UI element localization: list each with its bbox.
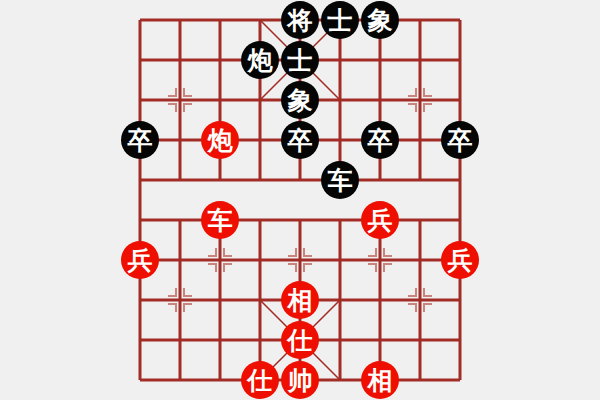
piece-glyph: 卒	[121, 121, 159, 159]
piece-glyph: 炮	[201, 121, 239, 159]
piece-black-elephant[interactable]: 象	[280, 80, 320, 120]
piece-red-chariot[interactable]: 车	[200, 200, 240, 240]
piece-red-elephant[interactable]: 相	[360, 360, 400, 400]
piece-layer: 将士象炮士象卒炮卒卒卒车车兵兵兵相仕仕帅相	[120, 0, 480, 400]
piece-black-soldier[interactable]: 卒	[360, 120, 400, 160]
piece-black-advisor[interactable]: 士	[280, 40, 320, 80]
piece-red-advisor[interactable]: 仕	[240, 360, 280, 400]
piece-glyph: 象	[361, 1, 399, 39]
screen: 将士象炮士象卒炮卒卒卒车车兵兵兵相仕仕帅相	[0, 0, 600, 400]
piece-red-elephant[interactable]: 相	[280, 280, 320, 320]
piece-red-soldier[interactable]: 兵	[440, 240, 480, 280]
piece-black-advisor[interactable]: 士	[320, 0, 360, 40]
piece-red-cannon[interactable]: 炮	[200, 120, 240, 160]
piece-glyph: 士	[281, 41, 319, 79]
piece-black-soldier[interactable]: 卒	[440, 120, 480, 160]
piece-glyph: 将	[281, 1, 319, 39]
piece-glyph: 兵	[121, 241, 159, 279]
piece-glyph: 兵	[361, 201, 399, 239]
piece-black-soldier[interactable]: 卒	[120, 120, 160, 160]
piece-black-cannon[interactable]: 炮	[240, 40, 280, 80]
xiangqi-board[interactable]: 将士象炮士象卒炮卒卒卒车车兵兵兵相仕仕帅相	[0, 0, 600, 400]
piece-glyph: 炮	[241, 41, 279, 79]
piece-black-soldier[interactable]: 卒	[280, 120, 320, 160]
piece-glyph: 卒	[361, 121, 399, 159]
piece-red-general[interactable]: 帅	[280, 360, 320, 400]
piece-glyph: 卒	[281, 121, 319, 159]
piece-black-chariot[interactable]: 车	[320, 160, 360, 200]
piece-glyph: 相	[281, 281, 319, 319]
piece-glyph: 仕	[281, 321, 319, 359]
piece-glyph: 兵	[441, 241, 479, 279]
piece-glyph: 卒	[441, 121, 479, 159]
piece-red-soldier[interactable]: 兵	[360, 200, 400, 240]
piece-glyph: 车	[321, 161, 359, 199]
piece-glyph: 象	[281, 81, 319, 119]
piece-glyph: 相	[361, 361, 399, 399]
piece-red-advisor[interactable]: 仕	[280, 320, 320, 360]
piece-glyph: 帅	[281, 361, 319, 399]
piece-glyph: 士	[321, 1, 359, 39]
piece-glyph: 车	[201, 201, 239, 239]
piece-red-soldier[interactable]: 兵	[120, 240, 160, 280]
piece-glyph: 仕	[241, 361, 279, 399]
piece-black-general[interactable]: 将	[280, 0, 320, 40]
piece-black-elephant[interactable]: 象	[360, 0, 400, 40]
